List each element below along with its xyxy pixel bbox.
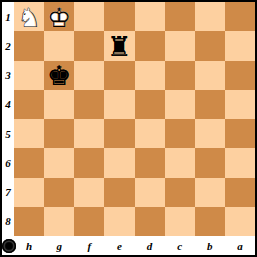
rank-labels: 12345678	[2, 2, 14, 236]
square-h7[interactable]	[14, 178, 44, 207]
square-c6[interactable]	[165, 148, 195, 177]
square-b8[interactable]	[195, 207, 225, 236]
square-a7[interactable]	[225, 178, 255, 207]
square-d6[interactable]	[135, 148, 165, 177]
rank-label-7: 7	[2, 178, 14, 207]
square-e1[interactable]	[104, 2, 134, 31]
rank-label-5: 5	[2, 119, 14, 148]
square-d2[interactable]	[135, 31, 165, 60]
white-king-g1[interactable]: ♚♔	[46, 2, 73, 31]
square-g1[interactable]: ♚♔	[44, 2, 74, 31]
square-g2[interactable]	[44, 31, 74, 60]
chess-board: ♞♘♚♔♜♜♚♚	[14, 2, 255, 236]
rank-label-4: 4	[2, 90, 14, 119]
square-c1[interactable]	[165, 2, 195, 31]
square-h2[interactable]	[14, 31, 44, 60]
square-c7[interactable]	[165, 178, 195, 207]
square-a8[interactable]	[225, 207, 255, 236]
square-f7[interactable]	[74, 178, 104, 207]
square-c2[interactable]	[165, 31, 195, 60]
square-c8[interactable]	[165, 207, 195, 236]
file-label-c: c	[165, 240, 195, 252]
file-label-b: b	[195, 240, 225, 252]
file-label-a: a	[225, 240, 255, 252]
square-e8[interactable]	[104, 207, 134, 236]
square-b3[interactable]	[195, 61, 225, 90]
square-a5[interactable]	[225, 119, 255, 148]
rank-label-6: 6	[2, 148, 14, 177]
square-a6[interactable]	[225, 148, 255, 177]
rank-label-3: 3	[2, 61, 14, 90]
white-knight-outline: ♘	[17, 3, 41, 30]
square-f3[interactable]	[74, 61, 104, 90]
square-f2[interactable]	[74, 31, 104, 60]
square-h1[interactable]: ♞♘	[14, 2, 44, 31]
square-f6[interactable]	[74, 148, 104, 177]
square-h8[interactable]	[14, 207, 44, 236]
square-b1[interactable]	[195, 2, 225, 31]
square-f5[interactable]	[74, 119, 104, 148]
square-h6[interactable]	[14, 148, 44, 177]
file-label-d: d	[135, 240, 165, 252]
square-d8[interactable]	[135, 207, 165, 236]
square-f1[interactable]	[74, 2, 104, 31]
square-h3[interactable]	[14, 61, 44, 90]
square-b2[interactable]	[195, 31, 225, 60]
square-b5[interactable]	[195, 119, 225, 148]
square-d5[interactable]	[135, 119, 165, 148]
white-knight-h1[interactable]: ♞♘	[16, 2, 43, 31]
square-c5[interactable]	[165, 119, 195, 148]
square-d4[interactable]	[135, 90, 165, 119]
rank-label-2: 2	[2, 31, 14, 60]
black-king-outline: ♚	[47, 62, 71, 89]
black-rook-e2[interactable]: ♜♜	[106, 31, 133, 60]
square-c4[interactable]	[165, 90, 195, 119]
file-label-e: e	[104, 240, 134, 252]
square-d1[interactable]	[135, 2, 165, 31]
square-f8[interactable]	[74, 207, 104, 236]
square-b6[interactable]	[195, 148, 225, 177]
square-e5[interactable]	[104, 119, 134, 148]
rank-label-8: 8	[2, 207, 14, 236]
square-e3[interactable]	[104, 61, 134, 90]
square-h5[interactable]	[14, 119, 44, 148]
square-e7[interactable]	[104, 178, 134, 207]
square-a3[interactable]	[225, 61, 255, 90]
square-e6[interactable]	[104, 148, 134, 177]
white-king-outline: ♔	[47, 3, 71, 30]
square-g3[interactable]: ♚♚	[44, 61, 74, 90]
square-d3[interactable]	[135, 61, 165, 90]
square-b7[interactable]	[195, 178, 225, 207]
square-d7[interactable]	[135, 178, 165, 207]
square-f4[interactable]	[74, 90, 104, 119]
black-king-g3[interactable]: ♚♚	[46, 61, 73, 90]
square-g8[interactable]	[44, 207, 74, 236]
square-g5[interactable]	[44, 119, 74, 148]
chess-diagram-frame: 12345678 ♞♘♚♔♜♜♚♚ hgfedcba	[0, 0, 257, 257]
square-a2[interactable]	[225, 31, 255, 60]
to-move-indicator-cell	[2, 236, 14, 255]
file-label-f: f	[74, 240, 104, 252]
square-a4[interactable]	[225, 90, 255, 119]
square-c3[interactable]	[165, 61, 195, 90]
square-g6[interactable]	[44, 148, 74, 177]
square-g7[interactable]	[44, 178, 74, 207]
square-g4[interactable]	[44, 90, 74, 119]
square-a1[interactable]	[225, 2, 255, 31]
square-e4[interactable]	[104, 90, 134, 119]
file-labels: hgfedcba	[2, 236, 255, 255]
black-to-move-indicator	[2, 239, 16, 253]
file-label-g: g	[44, 240, 74, 252]
rank-label-1: 1	[2, 2, 14, 31]
file-label-h: h	[14, 240, 44, 252]
square-h4[interactable]	[14, 90, 44, 119]
square-e2[interactable]: ♜♜	[104, 31, 134, 60]
square-b4[interactable]	[195, 90, 225, 119]
black-rook-outline: ♜	[107, 32, 131, 59]
